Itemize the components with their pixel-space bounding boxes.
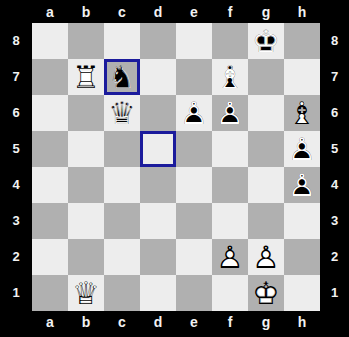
square-c5[interactable] bbox=[104, 131, 140, 167]
square-c7[interactable]: ♞♘ bbox=[104, 59, 140, 95]
black-pawn[interactable]: ♟♙ bbox=[176, 95, 212, 131]
black-queen[interactable]: ♛♕ bbox=[104, 95, 140, 131]
rank-label-2: 2 bbox=[0, 239, 32, 275]
square-f1[interactable] bbox=[212, 275, 248, 311]
square-f8[interactable] bbox=[212, 23, 248, 59]
file-label-b: b bbox=[68, 311, 104, 333]
file-label-b: b bbox=[68, 0, 104, 24]
piece-outline-layer: ♘ bbox=[104, 59, 140, 95]
piece-outline-layer: ♗ bbox=[284, 95, 320, 131]
square-b5[interactable] bbox=[68, 131, 104, 167]
piece-fill-layer: ♟ bbox=[212, 95, 248, 131]
rank-label-2: 2 bbox=[320, 239, 349, 275]
square-g2[interactable]: ♟♙ bbox=[248, 239, 284, 275]
square-e4[interactable] bbox=[176, 167, 212, 203]
piece-fill-layer: ♟ bbox=[284, 167, 320, 203]
rank-labels-right: 87654321 bbox=[320, 23, 349, 311]
file-label-a: a bbox=[32, 311, 68, 333]
square-h4[interactable]: ♟♙ bbox=[284, 167, 320, 203]
square-e3[interactable] bbox=[176, 203, 212, 239]
piece-outline-layer: ♕ bbox=[104, 95, 140, 131]
rank-label-5: 5 bbox=[0, 131, 32, 167]
square-d4[interactable] bbox=[140, 167, 176, 203]
square-c8[interactable] bbox=[104, 23, 140, 59]
black-pawn[interactable]: ♟♙ bbox=[212, 95, 248, 131]
rank-label-8: 8 bbox=[320, 23, 349, 59]
file-labels-bottom: abcdefgh bbox=[32, 311, 320, 333]
square-b4[interactable] bbox=[68, 167, 104, 203]
square-d8[interactable] bbox=[140, 23, 176, 59]
square-b8[interactable] bbox=[68, 23, 104, 59]
square-g4[interactable] bbox=[248, 167, 284, 203]
piece-fill-layer: ♜ bbox=[68, 59, 104, 95]
file-label-f: f bbox=[212, 0, 248, 24]
piece-fill-layer: ♟ bbox=[212, 239, 248, 275]
rank-labels-left: 87654321 bbox=[0, 23, 32, 311]
rank-label-4: 4 bbox=[0, 167, 32, 203]
square-a6[interactable] bbox=[32, 95, 68, 131]
rank-label-7: 7 bbox=[0, 59, 32, 95]
piece-fill-layer: ♝ bbox=[212, 59, 248, 95]
square-a8[interactable] bbox=[32, 23, 68, 59]
square-d5[interactable] bbox=[140, 131, 176, 167]
square-a7[interactable] bbox=[32, 59, 68, 95]
file-labels-top: abcdefgh bbox=[32, 0, 320, 22]
square-f6[interactable]: ♟♙ bbox=[212, 95, 248, 131]
square-f3[interactable] bbox=[212, 203, 248, 239]
piece-fill-layer: ♟ bbox=[284, 131, 320, 167]
square-d1[interactable] bbox=[140, 275, 176, 311]
file-label-h: h bbox=[284, 311, 320, 333]
white-pawn[interactable]: ♟♙ bbox=[212, 239, 248, 275]
piece-fill-layer: ♞ bbox=[104, 59, 140, 95]
square-e8[interactable] bbox=[176, 23, 212, 59]
square-e1[interactable] bbox=[176, 275, 212, 311]
piece-outline-layer: ♕ bbox=[68, 275, 104, 311]
square-a4[interactable] bbox=[32, 167, 68, 203]
rank-label-3: 3 bbox=[0, 203, 32, 239]
file-label-g: g bbox=[248, 311, 284, 333]
rank-label-1: 1 bbox=[320, 275, 349, 311]
file-label-d: d bbox=[140, 311, 176, 333]
piece-outline-layer: ♔ bbox=[248, 275, 284, 311]
file-label-e: e bbox=[176, 0, 212, 24]
piece-outline-layer: ♙ bbox=[212, 95, 248, 131]
rank-label-6: 6 bbox=[320, 95, 349, 131]
file-label-c: c bbox=[104, 311, 140, 333]
piece-fill-layer: ♟ bbox=[248, 239, 284, 275]
file-label-c: c bbox=[104, 0, 140, 24]
file-label-a: a bbox=[32, 0, 68, 24]
file-label-g: g bbox=[248, 0, 284, 24]
piece-outline-layer: ♙ bbox=[284, 131, 320, 167]
square-b7[interactable]: ♜♖ bbox=[68, 59, 104, 95]
chess-board: ♚♔♜♖♞♘♝♗♛♕♟♙♟♙♝♗♟♙♟♙♟♙♟♙♛♕♚♔ bbox=[32, 23, 320, 311]
square-a3[interactable] bbox=[32, 203, 68, 239]
square-d7[interactable] bbox=[140, 59, 176, 95]
square-a5[interactable] bbox=[32, 131, 68, 167]
square-d2[interactable] bbox=[140, 239, 176, 275]
black-pawn[interactable]: ♟♙ bbox=[284, 167, 320, 203]
square-g6[interactable] bbox=[248, 95, 284, 131]
square-h7[interactable] bbox=[284, 59, 320, 95]
square-a2[interactable] bbox=[32, 239, 68, 275]
square-f2[interactable]: ♟♙ bbox=[212, 239, 248, 275]
file-label-f: f bbox=[212, 311, 248, 333]
white-rook[interactable]: ♜♖ bbox=[68, 59, 104, 95]
piece-outline-layer: ♖ bbox=[68, 59, 104, 95]
square-g7[interactable] bbox=[248, 59, 284, 95]
square-c6[interactable]: ♛♕ bbox=[104, 95, 140, 131]
square-h2[interactable] bbox=[284, 239, 320, 275]
piece-outline-layer: ♙ bbox=[176, 95, 212, 131]
black-king[interactable]: ♚♔ bbox=[248, 23, 284, 59]
square-e7[interactable] bbox=[176, 59, 212, 95]
file-label-e: e bbox=[176, 311, 212, 333]
file-label-h: h bbox=[284, 0, 320, 24]
piece-fill-layer: ♟ bbox=[176, 95, 212, 131]
black-bishop[interactable]: ♝♗ bbox=[212, 59, 248, 95]
piece-outline-layer: ♙ bbox=[248, 239, 284, 275]
square-b6[interactable] bbox=[68, 95, 104, 131]
square-c1[interactable] bbox=[104, 275, 140, 311]
square-a1[interactable] bbox=[32, 275, 68, 311]
square-c4[interactable] bbox=[104, 167, 140, 203]
rank-label-6: 6 bbox=[0, 95, 32, 131]
square-g5[interactable] bbox=[248, 131, 284, 167]
rank-label-8: 8 bbox=[0, 23, 32, 59]
rank-label-1: 1 bbox=[0, 275, 32, 311]
black-knight[interactable]: ♞♘ bbox=[104, 59, 140, 95]
square-d6[interactable] bbox=[140, 95, 176, 131]
square-h3[interactable] bbox=[284, 203, 320, 239]
square-e6[interactable]: ♟♙ bbox=[176, 95, 212, 131]
square-c2[interactable] bbox=[104, 239, 140, 275]
square-h5[interactable]: ♟♙ bbox=[284, 131, 320, 167]
square-f5[interactable] bbox=[212, 131, 248, 167]
square-d3[interactable] bbox=[140, 203, 176, 239]
square-g8[interactable]: ♚♔ bbox=[248, 23, 284, 59]
square-b3[interactable] bbox=[68, 203, 104, 239]
white-pawn[interactable]: ♟♙ bbox=[248, 239, 284, 275]
square-f7[interactable]: ♝♗ bbox=[212, 59, 248, 95]
rank-label-3: 3 bbox=[320, 203, 349, 239]
rank-label-4: 4 bbox=[320, 167, 349, 203]
piece-outline-layer: ♗ bbox=[212, 59, 248, 95]
rank-label-7: 7 bbox=[320, 59, 349, 95]
black-pawn[interactable]: ♟♙ bbox=[284, 131, 320, 167]
rank-label-5: 5 bbox=[320, 131, 349, 167]
piece-fill-layer: ♛ bbox=[104, 95, 140, 131]
square-h6[interactable]: ♝♗ bbox=[284, 95, 320, 131]
square-h8[interactable] bbox=[284, 23, 320, 59]
square-e5[interactable] bbox=[176, 131, 212, 167]
piece-outline-layer: ♔ bbox=[248, 23, 284, 59]
white-king[interactable]: ♚♔ bbox=[248, 275, 284, 311]
piece-fill-layer: ♚ bbox=[248, 275, 284, 311]
piece-fill-layer: ♝ bbox=[284, 95, 320, 131]
square-e2[interactable] bbox=[176, 239, 212, 275]
square-g3[interactable] bbox=[248, 203, 284, 239]
piece-outline-layer: ♙ bbox=[212, 239, 248, 275]
piece-fill-layer: ♛ bbox=[68, 275, 104, 311]
piece-fill-layer: ♚ bbox=[248, 23, 284, 59]
white-bishop[interactable]: ♝♗ bbox=[284, 95, 320, 131]
square-c3[interactable] bbox=[104, 203, 140, 239]
white-queen[interactable]: ♛♕ bbox=[68, 275, 104, 311]
square-g1[interactable]: ♚♔ bbox=[248, 275, 284, 311]
piece-outline-layer: ♙ bbox=[284, 167, 320, 203]
file-label-d: d bbox=[140, 0, 176, 24]
square-b1[interactable]: ♛♕ bbox=[68, 275, 104, 311]
square-h1[interactable] bbox=[284, 275, 320, 311]
square-f4[interactable] bbox=[212, 167, 248, 203]
square-b2[interactable] bbox=[68, 239, 104, 275]
